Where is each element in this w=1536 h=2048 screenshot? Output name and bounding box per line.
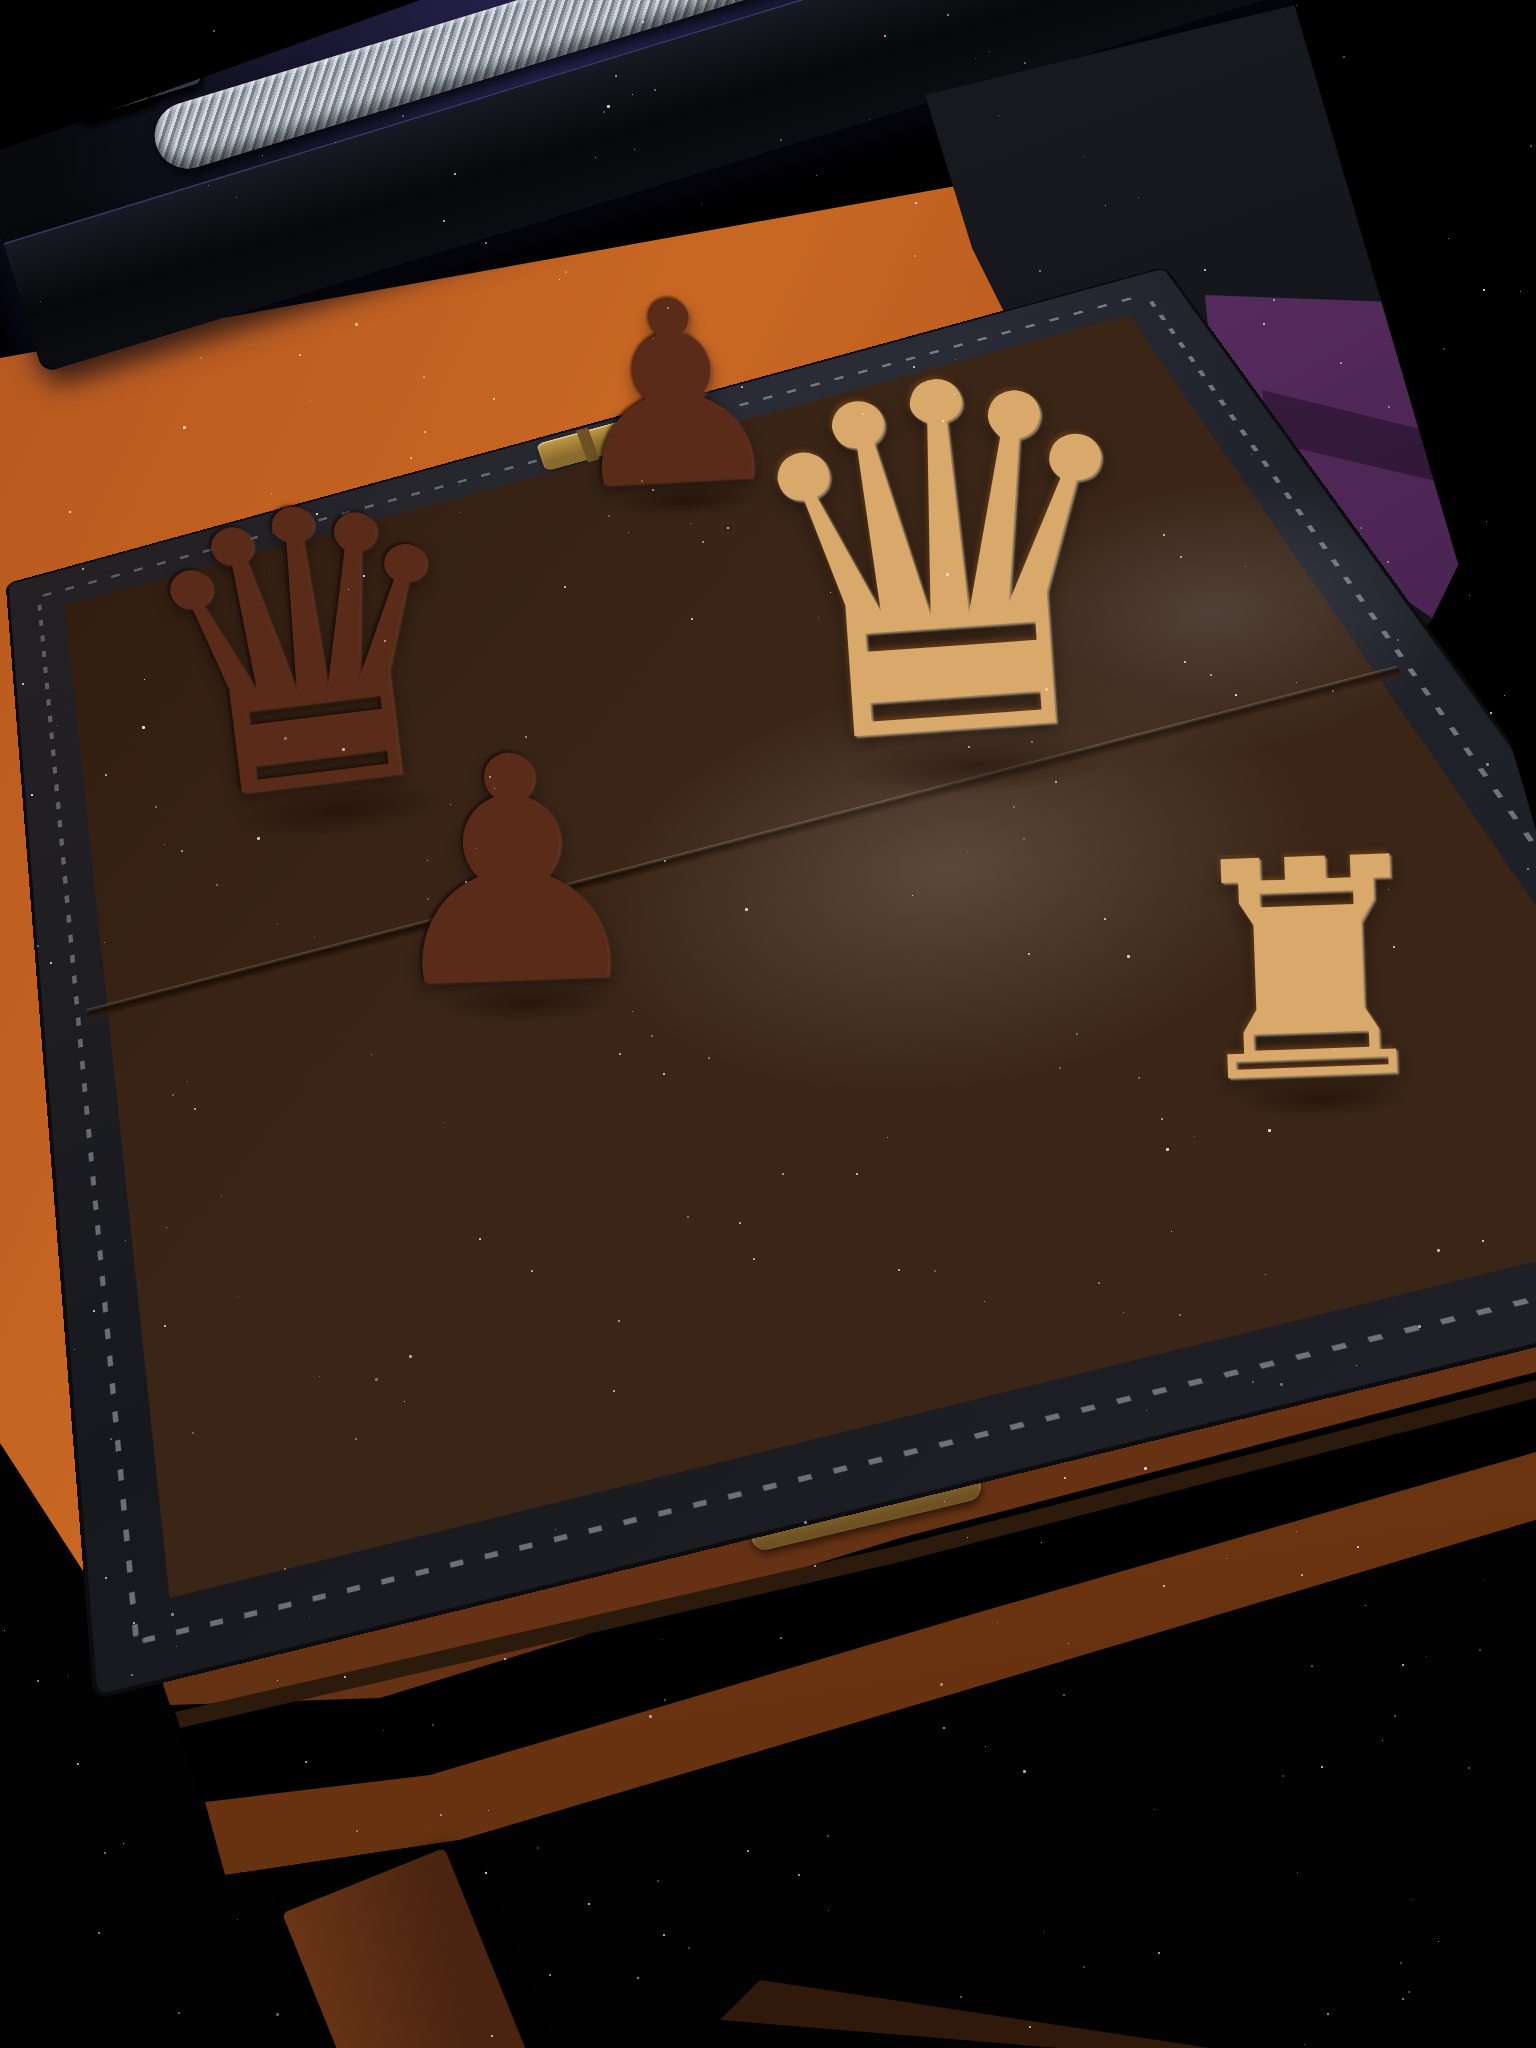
photo-scene: F4F5F6F7F8F9F10F11F12PRTSCRPSE7890-=BKSP… bbox=[0, 0, 1536, 2048]
noise-dot bbox=[485, 242, 487, 244]
noise-dot bbox=[1490, 712, 1492, 714]
noise-dot bbox=[816, 175, 817, 176]
noise-dot bbox=[701, 204, 702, 205]
